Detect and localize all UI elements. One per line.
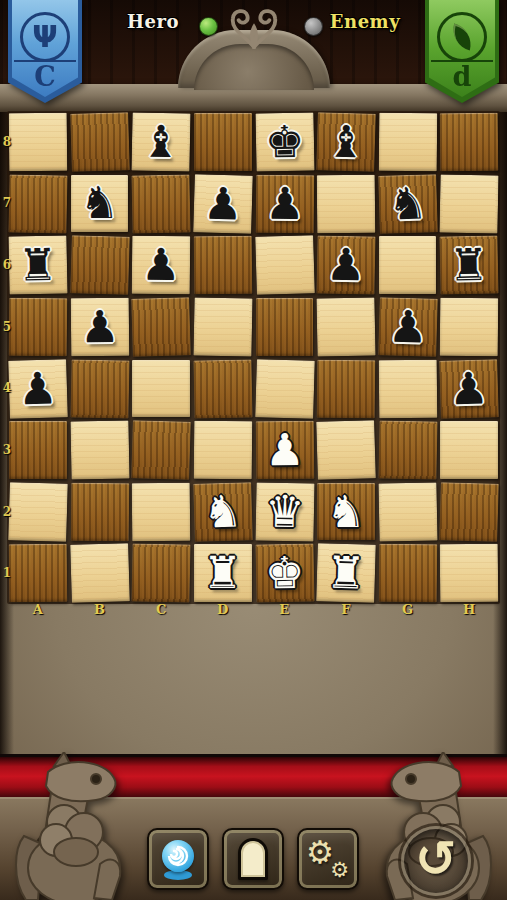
file-label-c: C	[130, 602, 192, 620]
white-rook: ♜	[203, 551, 242, 595]
square-c5[interactable]	[131, 297, 190, 356]
square-c6[interactable]: ♟	[132, 236, 190, 294]
square-h7[interactable]	[440, 174, 499, 233]
square-b6[interactable]	[70, 235, 129, 294]
black-pawn: ♟	[141, 243, 181, 287]
square-f8[interactable]: ♝	[316, 112, 375, 171]
square-f5[interactable]	[317, 297, 376, 356]
square-g1[interactable]	[378, 544, 436, 602]
exit-button[interactable]	[222, 828, 284, 890]
hero-banner: Ψ C	[8, 0, 82, 103]
square-a4[interactable]: ♟	[8, 359, 67, 418]
square-a8[interactable]	[9, 113, 67, 171]
square-h1[interactable]	[440, 544, 498, 602]
black-pawn: ♟	[202, 181, 243, 226]
white-rook: ♜	[326, 551, 367, 596]
leaf-emblem-icon	[449, 24, 476, 51]
square-g2[interactable]	[378, 482, 437, 541]
hero-banner-letter: C	[8, 62, 82, 92]
square-f2[interactable]: ♞	[317, 483, 375, 541]
enemy-banner: d	[425, 0, 499, 103]
square-e4[interactable]	[255, 359, 314, 418]
file-label-d: D	[192, 602, 254, 620]
enemy-banner-letter: d	[425, 62, 499, 92]
square-b2[interactable]	[70, 482, 128, 540]
back-arrow-icon: ◀	[52, 842, 80, 878]
chess-app-screen: Ψ C d Hero Enemy ♝♚♝♞♟♟♞♜♟♟♜♟♟♟♟♟♞♛♞♜♚♜ …	[0, 0, 507, 900]
undo-arrow-icon: ↺	[415, 834, 457, 884]
square-c8[interactable]: ♝	[132, 112, 191, 171]
white-knight: ♞	[202, 489, 243, 534]
black-knight: ♞	[80, 181, 119, 225]
square-b3[interactable]	[70, 421, 129, 480]
square-g3[interactable]	[378, 421, 437, 480]
square-g6[interactable]	[379, 236, 437, 294]
square-c4[interactable]	[132, 360, 190, 418]
file-labels: ABCDEFGH	[7, 602, 500, 620]
square-g8[interactable]	[378, 113, 436, 171]
square-h4[interactable]: ♟	[440, 359, 499, 418]
file-label-b: B	[69, 602, 131, 620]
square-e6[interactable]	[255, 235, 314, 294]
square-a2[interactable]	[8, 482, 67, 541]
square-d7[interactable]: ♟	[193, 174, 252, 233]
black-pawn: ♟	[326, 243, 366, 288]
square-d1[interactable]: ♜	[194, 544, 252, 602]
file-label-a: A	[7, 602, 69, 620]
white-knight: ♞	[326, 490, 365, 534]
square-e5[interactable]	[256, 298, 314, 356]
undo-button[interactable]: ↺	[401, 826, 471, 896]
hero-turn-indicator	[199, 17, 218, 36]
black-pawn: ♟	[387, 304, 428, 349]
black-pawn: ♟	[449, 366, 490, 411]
square-f3[interactable]	[316, 420, 375, 479]
square-d3[interactable]	[194, 421, 252, 479]
square-g5[interactable]: ♟	[378, 297, 437, 356]
square-f1[interactable]: ♜	[316, 544, 375, 603]
enemy-emblem-ring	[437, 12, 487, 62]
black-pawn: ♟	[17, 366, 58, 411]
eagle-emblem-icon: Ψ	[32, 22, 58, 52]
square-d4[interactable]	[193, 359, 252, 418]
black-knight: ♞	[387, 181, 428, 226]
square-d5[interactable]	[193, 297, 252, 356]
square-h5[interactable]	[440, 298, 498, 356]
enemy-player-name: Enemy	[320, 11, 410, 32]
square-e1[interactable]: ♚	[255, 544, 314, 603]
square-c1[interactable]	[132, 544, 191, 603]
square-g4[interactable]	[378, 359, 436, 417]
square-d6[interactable]	[194, 236, 252, 294]
square-h8[interactable]	[440, 113, 498, 171]
black-pawn: ♟	[264, 181, 304, 225]
black-rook: ♜	[18, 243, 58, 288]
square-h3[interactable]	[440, 421, 498, 479]
square-e2[interactable]: ♛	[255, 482, 314, 541]
black-bishop: ♝	[141, 119, 181, 164]
square-e7[interactable]: ♟	[255, 174, 313, 232]
hint-button[interactable]	[147, 828, 209, 890]
square-c2[interactable]	[132, 482, 190, 540]
gears-icon: ⚙ ⚙	[305, 836, 351, 882]
square-a7[interactable]	[8, 174, 67, 233]
red-ribbon-banner	[0, 754, 507, 800]
board: ♝♚♝♞♟♟♞♜♟♟♜♟♟♟♟♟♞♛♞♜♚♜	[7, 111, 500, 604]
square-b4[interactable]	[70, 359, 129, 418]
square-b5[interactable]: ♟	[70, 298, 128, 356]
square-d8[interactable]	[194, 113, 252, 171]
square-b7[interactable]: ♞	[71, 175, 129, 233]
square-a6[interactable]: ♜	[8, 236, 67, 295]
square-d2[interactable]: ♞	[193, 482, 252, 541]
square-a5[interactable]	[9, 298, 67, 356]
file-label-e: E	[254, 602, 316, 620]
white-pawn: ♟	[264, 428, 304, 472]
square-e8[interactable]: ♚	[255, 112, 314, 171]
square-g7[interactable]: ♞	[378, 174, 437, 233]
square-h2[interactable]	[440, 482, 499, 541]
black-pawn: ♟	[79, 304, 119, 348]
file-label-f: F	[315, 602, 377, 620]
white-queen: ♛	[264, 489, 304, 534]
square-b1[interactable]	[70, 544, 129, 603]
black-rook: ♜	[449, 243, 489, 288]
settings-button[interactable]: ⚙ ⚙	[297, 828, 359, 890]
square-c3[interactable]	[131, 420, 190, 479]
scroll-ornament-icon	[224, 3, 284, 49]
hero-player-name: Hero	[108, 11, 198, 32]
white-king: ♚	[264, 551, 304, 596]
square-f4[interactable]	[317, 359, 375, 417]
square-e3[interactable]: ♟	[255, 421, 313, 479]
file-label-h: H	[438, 602, 500, 620]
square-f6[interactable]: ♟	[317, 236, 376, 295]
square-a1[interactable]	[9, 544, 67, 602]
square-c7[interactable]	[132, 174, 191, 233]
square-h6[interactable]: ♜	[440, 236, 499, 295]
back-button[interactable]: ◀	[34, 826, 102, 894]
black-bishop: ♝	[326, 119, 367, 164]
file-label-g: G	[377, 602, 439, 620]
square-f7[interactable]	[317, 174, 375, 232]
crystal-ball-icon	[160, 838, 196, 880]
hero-emblem-ring: Ψ	[20, 12, 70, 62]
black-king: ♚	[264, 119, 304, 164]
square-a3[interactable]	[9, 421, 67, 479]
door-icon	[238, 838, 268, 880]
square-b8[interactable]	[70, 112, 129, 171]
